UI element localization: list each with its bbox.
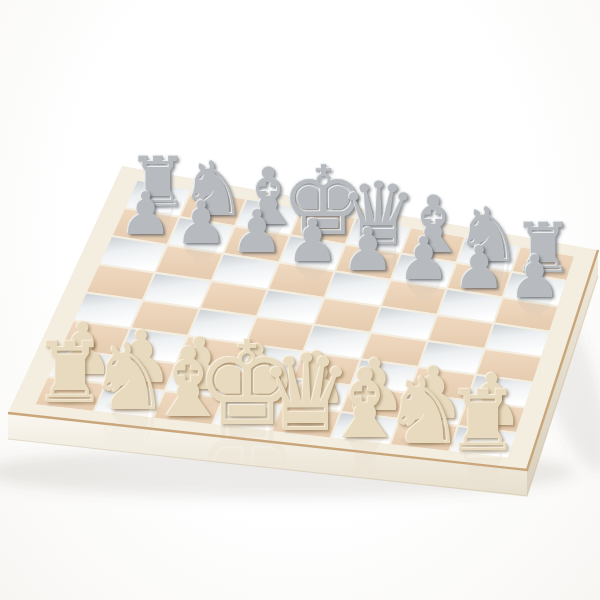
- wood-queen-d8: ♛: [259, 341, 354, 447]
- piece-shadow: [413, 409, 453, 420]
- piece-shadow: [180, 380, 220, 391]
- piece-shadow: [458, 441, 508, 455]
- wood-bishop-c8: ♝: [322, 356, 408, 452]
- silver-bishop-f1: ♝: [233, 159, 304, 238]
- wood-pawn-reflection: ♟: [167, 374, 232, 446]
- wood-knight-g8: ♞: [88, 332, 170, 424]
- silver-pawn-reflection: ♟: [508, 285, 561, 344]
- silver-pawn-reflection: ♟: [286, 249, 339, 308]
- wood-knight-b8: ♞: [383, 366, 465, 458]
- piece-shadow: [104, 400, 154, 414]
- silver-pawn-c2: ♟: [397, 229, 450, 288]
- piece-shadow: [296, 254, 329, 263]
- wood-pawn-f7: ♟: [167, 328, 232, 400]
- silver-pawn-e2: ♟: [286, 211, 339, 270]
- piece-shadow: [164, 407, 212, 420]
- piece-shadow: [193, 207, 234, 218]
- piece-shadow: [185, 236, 218, 245]
- piece-shadow: [296, 395, 336, 406]
- wood-pawn-e7: ♟: [226, 335, 291, 407]
- pieces-layer: ♜♜♞♝♝♚♛♛♝♞♞♜♟♟♟♟♟♟♟♟♟♟♟♟♟♟♟♟♟♟♟♟♟♟♟♟♜♞♞♝…: [0, 0, 600, 600]
- silver-knight-reflection: ♞: [455, 247, 523, 322]
- piece-shadow: [341, 427, 389, 440]
- silver-rook-reflection: ♜: [127, 192, 189, 261]
- piece-shadow: [121, 373, 161, 384]
- piece-shadow: [414, 245, 453, 256]
- silver-knight-g1: ♞: [179, 152, 247, 227]
- silver-queen-reflection: ♛: [339, 226, 417, 313]
- silver-pawn-b2: ♟: [453, 238, 506, 297]
- piece-shadow: [279, 420, 333, 435]
- piece-shadow: [472, 416, 512, 427]
- wood-rook-a8: ♜: [445, 379, 520, 463]
- piece-shadow: [238, 388, 278, 399]
- silver-pawn-g2: ♟: [175, 193, 228, 252]
- piece-shadow: [138, 198, 179, 209]
- wood-pawn-g7: ♟: [109, 321, 174, 393]
- piece-shadow: [45, 393, 95, 407]
- piece-shadow: [407, 272, 440, 281]
- wood-pawn-a7: ♟: [459, 364, 524, 436]
- wood-pawn-reflection: ♟: [401, 403, 466, 475]
- piece-shadow: [356, 235, 400, 247]
- piece-shadow: [355, 402, 395, 413]
- piece-shadow: [463, 281, 496, 290]
- silver-pawn-h2: ♟: [119, 184, 172, 243]
- piece-shadow: [249, 217, 288, 228]
- silver-pawn-a2: ♟: [508, 247, 561, 306]
- piece-shadow: [523, 263, 564, 274]
- wood-pawn-reflection: ♟: [51, 359, 116, 431]
- silver-queen-d1: ♛: [339, 170, 417, 257]
- wood-rook-reflection: ♜: [445, 433, 520, 517]
- piece-shadow: [63, 366, 103, 377]
- piece-shadow: [219, 412, 275, 427]
- wood-pawn-d7: ♟: [284, 342, 349, 414]
- silver-pawn-reflection: ♟: [175, 231, 228, 290]
- piece-shadow: [468, 254, 509, 265]
- piece-shadow: [518, 290, 551, 299]
- silver-rook-a1: ♜: [513, 213, 575, 282]
- wood-pawn-c7: ♟: [343, 349, 408, 421]
- piece-shadow: [240, 245, 273, 254]
- wood-pawn-reflection: ♟: [284, 388, 349, 460]
- silver-bishop-reflection: ♝: [233, 209, 304, 288]
- silver-bishop-c1: ♝: [398, 187, 469, 266]
- piece-shadow: [129, 227, 162, 236]
- silver-pawn-f2: ♟: [230, 202, 283, 261]
- wood-rook-h8: ♜: [33, 332, 108, 416]
- wood-king-reflection: ♚: [195, 400, 299, 516]
- silver-king-e1: ♚: [281, 154, 366, 249]
- wood-pawn-b7: ♟: [401, 357, 466, 429]
- piece-shadow: [352, 263, 385, 272]
- silver-knight-b1: ♞: [455, 199, 523, 274]
- wood-bishop-f8: ♝: [145, 335, 231, 431]
- wood-king-e8: ♚: [195, 326, 299, 442]
- wood-bishop-reflection: ♝: [322, 417, 408, 513]
- silver-pawn-reflection: ♟: [397, 267, 450, 326]
- wood-pawn-h7: ♟: [51, 313, 116, 385]
- silver-rook-h1: ♜: [127, 148, 189, 217]
- wood-knight-reflection: ♞: [88, 391, 170, 483]
- chess-set-photo: ♜♜♞♝♝♚♛♛♝♞♞♜♟♟♟♟♟♟♟♟♟♟♟♟♟♟♟♟♟♟♟♟♟♟♟♟♜♞♞♝…: [0, 0, 600, 600]
- piece-shadow: [300, 225, 346, 237]
- silver-pawn-d2: ♟: [342, 220, 395, 279]
- piece-shadow: [399, 434, 449, 448]
